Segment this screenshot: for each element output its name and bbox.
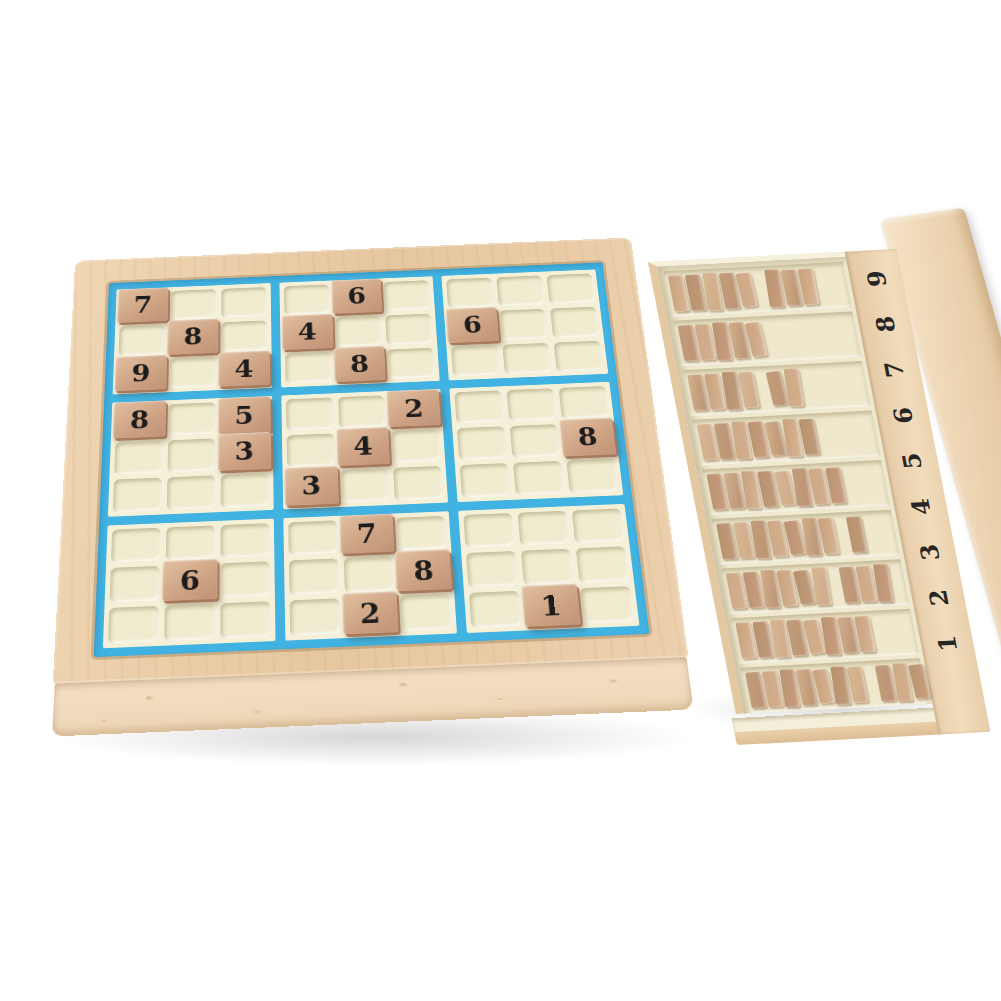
cell-r6c6[interactable] [393, 466, 443, 500]
tile-digit: 8 [350, 350, 370, 379]
cell-r9c7[interactable] [469, 591, 522, 628]
cell-r6c7[interactable] [460, 463, 511, 497]
cell-r3c7[interactable] [451, 345, 500, 377]
cell-r7c7[interactable] [464, 513, 515, 548]
board-box-3: 6 [442, 269, 609, 380]
tile-6[interactable]: 6 [162, 559, 218, 601]
cell-r4c2[interactable] [168, 403, 215, 436]
cell-r1c6[interactable] [384, 280, 431, 310]
cell-r1c1[interactable]: 7 [120, 291, 166, 322]
tile-digit: 1 [539, 589, 563, 622]
drawer-compartment-5[interactable] [701, 460, 890, 515]
sudoku-box: 78946486853243867821 [50, 238, 696, 737]
tile-8[interactable]: 8 [559, 418, 616, 457]
tile-1[interactable]: 1 [521, 584, 581, 627]
drawer-compartment-7[interactable] [682, 361, 871, 416]
drawer-compartment-2[interactable] [730, 609, 919, 664]
cell-r5c2[interactable] [167, 438, 215, 472]
rail-label-cell: 1 [917, 619, 978, 667]
tile-4[interactable]: 4 [218, 350, 270, 387]
cell-r8c1[interactable] [109, 566, 159, 602]
tile-digit: 2 [403, 393, 424, 422]
cell-r8c8[interactable] [521, 549, 574, 585]
cell-r4c4[interactable] [286, 398, 334, 431]
cell-r4c3[interactable]: 5 [221, 400, 268, 433]
tile-digit: 8 [183, 322, 202, 350]
tile-digit: 6 [347, 282, 367, 309]
cell-r7c3[interactable] [220, 523, 269, 558]
cell-r9c3[interactable] [220, 601, 270, 638]
cell-r6c9[interactable] [566, 459, 618, 493]
cell-r6c4[interactable]: 3 [287, 470, 336, 504]
tile-digit: 7 [133, 291, 152, 318]
tile-digit: 8 [412, 554, 434, 586]
cell-r6c2[interactable] [167, 475, 215, 509]
tile-digit: 7 [356, 518, 377, 550]
cell-r3c5[interactable]: 8 [336, 349, 383, 381]
cell-r3c2[interactable] [169, 356, 215, 388]
tile-4[interactable]: 4 [281, 314, 333, 350]
tile-8[interactable]: 8 [167, 318, 218, 354]
cell-r8c7[interactable] [466, 551, 518, 587]
cell-r2c3[interactable] [221, 320, 267, 351]
cell-r3c8[interactable] [502, 342, 551, 374]
cell-r2c4[interactable]: 4 [284, 318, 330, 349]
tile-digit: 6 [179, 564, 200, 597]
rail-number: 1 [931, 634, 963, 652]
cell-r7c9[interactable] [572, 508, 624, 543]
board-box-2: 648 [279, 276, 440, 387]
cell-r3c4[interactable] [285, 352, 332, 384]
cell-r5c9[interactable]: 8 [563, 422, 614, 455]
tile-7[interactable]: 7 [339, 513, 395, 554]
cell-r1c8[interactable] [496, 275, 544, 305]
cell-r2c5[interactable] [335, 315, 382, 346]
cell-r6c1[interactable] [113, 477, 162, 511]
board-box-5: 243 [281, 389, 448, 509]
tile-6[interactable]: 6 [446, 307, 500, 343]
cell-r6c8[interactable] [513, 461, 564, 495]
cell-r8c9[interactable] [576, 547, 629, 583]
cell-r4c7[interactable] [455, 391, 504, 424]
rail-number: 4 [904, 497, 936, 515]
cell-r3c3[interactable]: 4 [221, 354, 267, 386]
tile-3[interactable]: 3 [218, 432, 271, 471]
cell-r2c2[interactable]: 8 [170, 322, 216, 353]
rail-label-cell: 9 [846, 254, 907, 302]
cell-r8c3[interactable] [220, 562, 270, 598]
cell-r8c5[interactable] [343, 556, 394, 592]
tile-3[interactable]: 3 [284, 466, 338, 506]
drawer-compartment-8[interactable] [673, 311, 862, 366]
cell-r9c6[interactable] [400, 594, 452, 631]
stacked-tile[interactable] [846, 516, 868, 552]
drawer-compartment-4[interactable] [711, 510, 900, 565]
cell-r8c4[interactable] [289, 559, 339, 595]
cell-r4c8[interactable] [507, 388, 557, 421]
cell-r4c9[interactable] [559, 386, 609, 419]
cell-r4c6[interactable]: 2 [390, 393, 439, 426]
board-box-4: 853 [108, 396, 273, 516]
rail-label-cell: 4 [890, 482, 951, 530]
tile-8[interactable]: 8 [333, 345, 386, 382]
board-box-1: 7894 [113, 283, 272, 395]
rail-number: 8 [869, 315, 901, 333]
tile-4[interactable]: 4 [336, 427, 390, 466]
tile-drawer[interactable]: 987654321 [648, 243, 1001, 767]
cell-r1c5[interactable]: 6 [334, 282, 380, 313]
cell-r5c1[interactable] [114, 441, 162, 475]
cell-r7c8[interactable] [518, 510, 570, 545]
drawer-compartment-1[interactable] [740, 658, 929, 713]
cell-r2c1[interactable] [119, 325, 165, 356]
tile-5[interactable]: 5 [218, 396, 271, 434]
rail-label-cell: 8 [855, 300, 916, 348]
cell-r1c4[interactable] [284, 284, 330, 315]
rail-number: 2 [922, 588, 954, 606]
tile-digit: 6 [462, 311, 483, 339]
cell-r5c4[interactable] [286, 434, 334, 468]
cell-r1c2[interactable] [170, 289, 215, 320]
cell-r3c6[interactable] [387, 347, 435, 379]
cell-r9c8[interactable]: 1 [525, 589, 578, 626]
cell-r9c9[interactable] [580, 586, 634, 623]
cell-r5c5[interactable]: 4 [339, 431, 388, 465]
cell-r4c1[interactable]: 8 [116, 405, 164, 438]
cell-r9c5[interactable]: 2 [345, 596, 396, 633]
rail-number: 6 [887, 406, 919, 424]
cell-r4c5[interactable] [338, 396, 386, 429]
cell-r9c2[interactable] [164, 604, 214, 641]
tile-7[interactable]: 7 [117, 287, 168, 322]
board-box-6: 8 [450, 382, 624, 502]
rail-label-cell: 6 [872, 391, 933, 439]
board-box-9: 1 [458, 504, 639, 633]
cell-r3c9[interactable] [554, 340, 604, 372]
drawer-compartment-6[interactable] [692, 411, 881, 466]
cell-r5c6[interactable] [392, 429, 441, 463]
cell-r2c8[interactable] [499, 309, 547, 340]
rail-number: 9 [860, 269, 892, 287]
cell-r2c6[interactable] [386, 313, 433, 344]
tile-2[interactable]: 2 [342, 591, 399, 634]
sudoku-board: 78946486853243867821 [94, 262, 650, 657]
tile-digit: 4 [353, 431, 374, 461]
tile-digit: 3 [235, 436, 255, 466]
tile-digit: 2 [359, 596, 381, 629]
tile-digit: 8 [576, 422, 599, 452]
cell-r6c3[interactable] [220, 473, 268, 507]
board-frame: 78946486853243867821 [53, 238, 689, 684]
cell-r5c8[interactable] [510, 424, 560, 458]
product-photo: 987654321 78946486853243867821 [0, 0, 1001, 1001]
rail-number: 5 [895, 451, 927, 469]
cell-r8c6[interactable]: 8 [398, 554, 449, 590]
rail-number: 7 [878, 360, 910, 378]
rail-label-cell: 5 [881, 436, 942, 484]
tile-digit: 3 [301, 470, 321, 501]
cell-r9c1[interactable] [108, 606, 159, 643]
rail-number: 3 [913, 543, 945, 561]
cell-r2c9[interactable] [550, 306, 599, 337]
cell-r9c4[interactable] [289, 599, 340, 636]
cell-r7c4[interactable] [288, 520, 338, 555]
cell-r5c7[interactable] [457, 426, 507, 460]
rail-label-cell: 2 [908, 573, 969, 621]
tile-6[interactable]: 6 [331, 278, 383, 313]
cell-r8c2[interactable]: 6 [165, 564, 215, 600]
tile-8[interactable]: 8 [113, 401, 166, 439]
cell-r7c2[interactable] [166, 525, 215, 561]
tile-digit: 8 [130, 405, 150, 434]
board-box-8: 782 [283, 511, 457, 641]
tile-8[interactable]: 8 [395, 550, 452, 592]
cell-r2c7[interactable]: 6 [449, 311, 497, 342]
drawer-compartment-9[interactable] [663, 262, 852, 317]
cell-r6c5[interactable] [340, 468, 389, 502]
cell-r1c3[interactable] [221, 287, 266, 318]
cell-r7c1[interactable] [111, 527, 161, 563]
cell-r7c5[interactable]: 7 [342, 518, 392, 553]
tile-digit: 5 [235, 400, 254, 429]
rail-label-cell: 7 [863, 345, 924, 393]
tile-9[interactable]: 9 [115, 355, 168, 392]
cell-r1c9[interactable] [547, 273, 595, 303]
tile-digit: 4 [298, 318, 317, 346]
tile-2[interactable]: 2 [387, 389, 441, 427]
cell-r1c7[interactable] [446, 278, 493, 308]
rail-label-cell: 3 [899, 528, 960, 576]
cell-r7c6[interactable] [396, 515, 447, 550]
tile-digit: 4 [234, 354, 253, 383]
tile-digit: 9 [131, 359, 151, 388]
cell-r3c1[interactable]: 9 [117, 359, 164, 391]
drawer-compartment-3[interactable] [721, 559, 910, 614]
board-box-7: 6 [103, 518, 275, 648]
cell-r5c3[interactable]: 3 [221, 436, 269, 470]
